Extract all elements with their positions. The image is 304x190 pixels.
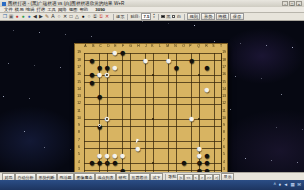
star [302,129,303,130]
close-button[interactable]: × [296,1,302,6]
black-stone[interactable]: ● [173,64,181,71]
bottom-bar-buttons: 对局自动分析形势判断死活题图像魔盒选点列表研究推荐着法试下 [2,174,163,179]
tray-shield-icon[interactable]: ♦ [279,180,281,190]
star [194,25,195,26]
screen: 围棋打谱 - (黑)广瑞棋谱 vs (白)围棋棋谱欣赏的结果 W+R － □ ×… [0,0,304,190]
star [245,158,246,159]
star [230,109,231,110]
game-id-badge: 3090 [95,7,105,12]
star [235,76,236,77]
star [13,30,14,31]
black-label: 黑 [166,14,170,19]
black-stone[interactable]: ● [203,152,211,159]
board-coordinates-top: ABCDEFGHJKLMNOPQRST [84,45,222,49]
minimize-button[interactable]: － [282,1,288,6]
coord-label: 5 [78,154,80,157]
coord-label: R [205,45,207,48]
title-bar: 围棋打谱 - (黑)广瑞棋谱 vs (白)围棋棋谱欣赏的结果 W+R － □ × [0,0,304,7]
toolbar: ❒▣●●●◀▶✎A○✕□△●○①①✕ 提示 贴目: 7.5 ▲▼ 黑 白 规则形… [0,13,304,21]
window-controls: － □ × [282,1,302,6]
white-stone[interactable]: ● [111,64,119,71]
white-stone[interactable]: ● [165,57,173,64]
star [168,23,169,24]
white-stone[interactable]: ● [203,86,211,93]
desktop-background: ABCDEFGHJKLMNOPQRST ABCDEFGHJKLMNOPQRST … [0,21,304,172]
toolbar-button[interactable]: 悔棋 [216,13,229,20]
star [65,34,66,35]
coord-label: 4 [78,161,80,164]
coord-label: P [190,45,192,48]
black-stone[interactable]: ● [88,79,96,86]
menu-item[interactable]: 视图 [68,7,79,12]
bottom-bar: 对局自动分析形势判断死活题图像魔盒选点列表研究推荐着法试下 导航 |<<<<>>… [0,172,304,180]
star [24,131,25,132]
coord-label: Q [197,45,200,48]
coord-label: 6 [78,146,80,149]
black-stone[interactable]: ● [96,123,104,130]
toolbar-icons: ❒▣●●●◀▶✎A○✕□△●○①①✕ [2,13,110,20]
menu-item[interactable]: 网络 [57,7,68,12]
white-stone[interactable]: ● [142,57,150,64]
white-stone[interactable]: ● [111,152,119,159]
black-stone[interactable]: ● [88,57,96,64]
star [44,147,45,148]
delete-icon[interactable]: ✕ [104,13,110,20]
star [261,78,262,79]
coord-label: 7 [78,139,80,142]
taskbar[interactable]: ˄♦◄▦✉ [0,180,304,190]
toolbar-buttons: 规则形势悔棋保存 [187,14,245,19]
tray-up-icon[interactable]: ˄ [274,180,277,190]
window-title: 围棋打谱 - (黑)广瑞棋谱 vs (白)围棋棋谱欣赏的结果 W+R [8,1,282,6]
star [276,127,277,128]
coord-label: S [212,45,214,48]
black-stone[interactable]: ● [180,159,188,166]
star [142,21,143,22]
coord-label: L [159,45,161,48]
coord-label: H [137,45,139,48]
tray-network-icon[interactable]: ▦ [290,180,294,190]
menu-item[interactable]: 棋局 [14,7,25,12]
star [70,149,71,150]
taskbar-app-icons [113,176,117,190]
maximize-button[interactable]: □ [289,1,295,6]
go-board[interactable]: ABCDEFGHJKLMNOPQRST ABCDEFGHJKLMNOPQRST … [74,43,228,190]
toolbar-button[interactable]: 形势 [201,13,214,20]
toolbar-separator [127,14,128,20]
star [281,94,282,95]
toolbar-separator [158,14,159,20]
spinner-down-icon[interactable]: ▼ [153,17,155,20]
star [240,43,241,44]
bottom-separator [165,174,166,180]
black-stone[interactable]: ● [96,93,104,100]
white-stone[interactable]: ● [188,115,196,122]
toolbar-separator [184,14,185,20]
coord-label: G [129,45,132,48]
star [271,160,272,161]
toolbar-button[interactable]: 保存 [230,13,243,20]
nav-buttons: |<<<<>>>>| [177,174,220,179]
coord-label: B [92,45,94,48]
star [91,36,92,37]
coord-label: N [174,45,176,48]
star [292,47,293,48]
coord-label: D [107,45,109,48]
star [29,98,30,99]
white-stone[interactable]: ● [134,145,142,152]
toolbar-button[interactable]: 规则 [187,13,200,20]
menu-item[interactable]: 编辑 [25,7,36,12]
black-square-icon [161,15,165,19]
star [214,41,215,42]
komi-label: 贴目: [130,14,140,19]
black-stone[interactable]: ● [119,49,127,56]
last-move-marker [98,124,101,127]
coord-label: M [166,45,169,48]
white-label: 白 [177,14,181,19]
white-stone[interactable]: ● [196,152,204,159]
app-icon [2,2,6,6]
menu-item[interactable]: 文件 [3,7,14,12]
star [60,67,61,68]
hint-label[interactable]: 提示 [116,14,124,19]
coord-label: K [152,45,154,48]
star [266,45,267,46]
menu-items: 文件棋局编辑打谱工具网络视图帮助 [3,7,89,12]
black-stone[interactable]: ● [188,57,196,64]
star [8,63,9,64]
coord-label: A [84,45,86,48]
coord-label: J [145,45,147,48]
white-stone[interactable]: ● [96,71,104,78]
coord-label: 8 [78,132,80,135]
star [39,32,40,33]
tray-volume-icon[interactable]: ◄ [283,180,287,190]
coord-label: C [99,45,101,48]
system-tray: ˄♦◄▦✉ [274,180,301,190]
star [3,96,4,97]
menu-item[interactable]: 帮助 [78,7,89,12]
tray-message-icon[interactable]: ✉ [297,180,301,190]
star [297,162,298,163]
nav-label: 导航 [168,174,176,179]
white-square-icon [172,15,176,19]
menu-item[interactable]: 工具 [46,7,57,12]
coord-label: 3 [78,168,80,171]
menu-item[interactable]: 打谱 [35,7,46,12]
black-stone[interactable]: ● [88,159,96,166]
white-stone[interactable]: ● [103,152,111,159]
black-stone[interactable]: ● [203,64,211,71]
coord-label: 9 [78,124,80,127]
star [34,65,35,66]
white-stone[interactable]: ● [119,152,127,159]
white-stone[interactable]: ● [111,49,119,56]
toolbar-separator [113,14,114,20]
coord-label: O [182,45,185,48]
coord-label: T [220,45,222,48]
komi-spinner[interactable]: ▲▼ [153,14,155,19]
komi-value[interactable]: 7.5 [141,13,151,20]
white-stone[interactable]: ● [96,152,104,159]
